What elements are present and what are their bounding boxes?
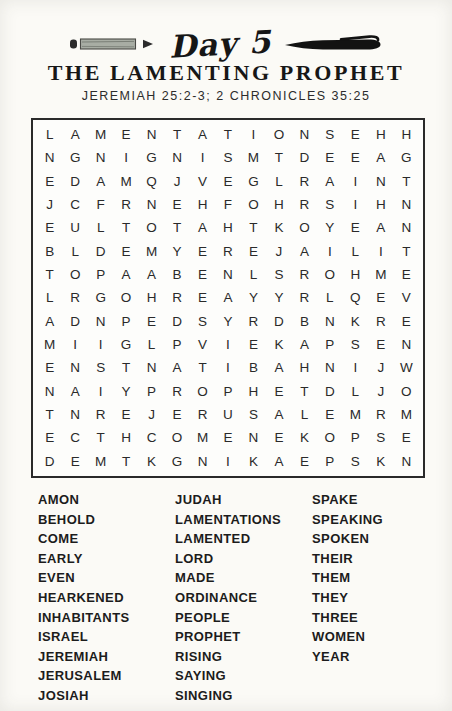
grid-cell-r3c12[interactable]: A [317, 170, 342, 193]
grid-cell-r14c4[interactable]: H [113, 426, 138, 449]
grid-cell-r3c9[interactable]: G [241, 170, 266, 193]
word-list-column-3: SPAKESPEAKINGSPOKENTHEIRTHEMTHEYTHREEWOM… [312, 490, 452, 706]
grid-cell-r15c8[interactable]: I [215, 450, 240, 473]
grid-cell-r7c7[interactable]: E [190, 263, 215, 286]
grid-cell-r4c11[interactable]: R [292, 193, 317, 216]
grid-cell-r5c6[interactable]: T [164, 216, 189, 239]
grid-cell-r13c6[interactable]: E [164, 403, 189, 426]
grid-cell-r7c6[interactable]: B [164, 263, 189, 286]
grid-cell-r3c13[interactable]: I [343, 170, 368, 193]
grid-cell-r7c2[interactable]: O [62, 263, 87, 286]
grid-cell-r1c2[interactable]: A [62, 123, 87, 146]
grid-cell-r12c11[interactable]: T [292, 380, 317, 403]
grid-cell-r6c12[interactable]: I [317, 240, 342, 263]
grid-cell-r7c3[interactable]: P [88, 263, 113, 286]
grid-cell-r1c15[interactable]: H [394, 123, 419, 146]
grid-cell-r14c5[interactable]: C [139, 426, 164, 449]
grid-cell-r5c10[interactable]: K [266, 216, 291, 239]
word-item: SAYING [175, 666, 312, 686]
grid-cell-r10c13[interactable]: S [343, 333, 368, 356]
worksheet-page: Day 5 THE LAMENTING PROPHET JEREMIAH 25:… [0, 0, 452, 711]
grid-cell-r6c5[interactable]: M [139, 240, 164, 263]
grid-cell-r13c3[interactable]: R [88, 403, 113, 426]
grid-cell-r9c8[interactable]: Y [215, 310, 240, 333]
grid-cell-r14c15[interactable]: E [394, 426, 419, 449]
grid-cell-r4c15[interactable]: N [394, 193, 419, 216]
grid-cell-r5c9[interactable]: T [241, 216, 266, 239]
word-item: THEY [312, 588, 452, 608]
grid-cell-r13c12[interactable]: E [317, 403, 342, 426]
grid-cell-r3c7[interactable]: V [190, 170, 215, 193]
grid-cell-r9c6[interactable]: D [164, 310, 189, 333]
grid-cell-r10c12[interactable]: P [317, 333, 342, 356]
grid-cell-r2c9[interactable]: M [241, 146, 266, 169]
grid-cell-r3c3[interactable]: A [88, 170, 113, 193]
grid-cell-r15c15[interactable]: N [394, 450, 419, 473]
grid-cell-r12c6[interactable]: R [164, 380, 189, 403]
grid-cell-r14c13[interactable]: P [343, 426, 368, 449]
grid-cell-r13c15[interactable]: M [394, 403, 419, 426]
word-item: YEAR [312, 647, 452, 667]
grid-cell-r5c7[interactable]: A [190, 216, 215, 239]
grid-cell-r11c2[interactable]: N [62, 356, 87, 379]
word-item: JERUSALEM [38, 666, 175, 686]
word-item: EVEN [38, 568, 175, 588]
grid-cell-r12c5[interactable]: P [139, 380, 164, 403]
grid-cell-r14c3[interactable]: T [88, 426, 113, 449]
grid-cell-r7c4[interactable]: A [113, 263, 138, 286]
grid-cell-r3c15[interactable]: T [394, 170, 419, 193]
grid-cell-r6c9[interactable]: E [241, 240, 266, 263]
scripture-reference: JEREMIAH 25:2-3; 2 CHRONICLES 35:25 [0, 89, 452, 103]
word-item: ISRAEL [38, 627, 175, 647]
grid-cell-r9c1[interactable]: A [37, 310, 62, 333]
word-item: INHABITANTS [38, 608, 175, 628]
grid-cell-r1c3[interactable]: M [88, 123, 113, 146]
grid-cell-r2c6[interactable]: N [164, 146, 189, 169]
grid-cell-r9c15[interactable]: E [394, 310, 419, 333]
grid-cell-r14c2[interactable]: C [62, 426, 87, 449]
grid-cell-r11c5[interactable]: N [139, 356, 164, 379]
grid-cell-r6c6[interactable]: Y [164, 240, 189, 263]
grid-cell-r10c1[interactable]: M [37, 333, 62, 356]
grid-cell-r5c5[interactable]: O [139, 216, 164, 239]
grid-cell-r15c4[interactable]: T [113, 450, 138, 473]
grid-cell-r6c15[interactable]: T [394, 240, 419, 263]
grid-cell-r2c14[interactable]: A [368, 146, 393, 169]
grid-cell-r4c5[interactable]: N [139, 193, 164, 216]
word-item: LORD [175, 549, 312, 569]
grid-cell-r5c13[interactable]: E [343, 216, 368, 239]
grid-cell-r15c3[interactable]: M [88, 450, 113, 473]
grid-cell-r14c9[interactable]: N [241, 426, 266, 449]
grid-cell-r1c5[interactable]: N [139, 123, 164, 146]
pencil-icon [69, 35, 157, 53]
grid-cell-r15c12[interactable]: P [317, 450, 342, 473]
grid-cell-r15c1[interactable]: D [37, 450, 62, 473]
grid-cell-r1c11[interactable]: N [292, 123, 317, 146]
word-item: LAMENTED [175, 529, 312, 549]
word-item: SINGING [175, 686, 312, 706]
grid-cell-r6c7[interactable]: E [190, 240, 215, 263]
word-item: THEM [312, 568, 452, 588]
word-list-column-1: AMONBEHOLDCOMEEARLYEVENHEARKENEDINHABITA… [38, 490, 175, 706]
grid-cell-r7c5[interactable]: A [139, 263, 164, 286]
grid-cell-r12c12[interactable]: D [317, 380, 342, 403]
grid-cell-r5c14[interactable]: A [368, 216, 393, 239]
grid-cell-r12c13[interactable]: L [343, 380, 368, 403]
grid-cell-r2c15[interactable]: G [394, 146, 419, 169]
grid-cell-r8c11[interactable]: R [292, 286, 317, 309]
grid-cell-r7c1[interactable]: T [37, 263, 62, 286]
grid-cell-r9c13[interactable]: K [343, 310, 368, 333]
grid-cell-r12c9[interactable]: H [241, 380, 266, 403]
grid-cell-r7c11[interactable]: R [292, 263, 317, 286]
grid-cell-r8c4[interactable]: O [113, 286, 138, 309]
word-item: PROPHET [175, 627, 312, 647]
grid-cell-r6c2[interactable]: L [62, 240, 87, 263]
grid-cell-r10c9[interactable]: E [241, 333, 266, 356]
grid-cell-r10c7[interactable]: V [190, 333, 215, 356]
grid-cell-r6c4[interactable]: E [113, 240, 138, 263]
grid-cell-r4c6[interactable]: E [164, 193, 189, 216]
grid-cell-r11c15[interactable]: W [394, 356, 419, 379]
word-item: COME [38, 529, 175, 549]
grid-cell-r9c4[interactable]: P [113, 310, 138, 333]
grid-cell-r13c11[interactable]: L [292, 403, 317, 426]
grid-cell-r9c3[interactable]: N [88, 310, 113, 333]
grid-cell-r4c9[interactable]: O [241, 193, 266, 216]
grid-cell-r2c11[interactable]: D [292, 146, 317, 169]
grid-cell-r11c6[interactable]: A [164, 356, 189, 379]
word-item: LAMENTATIONS [175, 510, 312, 530]
grid-cell-r4c4[interactable]: R [113, 193, 138, 216]
grid-cell-r13c5[interactable]: J [139, 403, 164, 426]
grid-cell-r6c14[interactable]: I [368, 240, 393, 263]
grid-cell-r10c5[interactable]: L [139, 333, 164, 356]
grid-cell-r13c13[interactable]: M [343, 403, 368, 426]
grid-cell-r11c7[interactable]: T [190, 356, 215, 379]
grid-cell-r12c2[interactable]: A [62, 380, 87, 403]
word-item: JUDAH [175, 490, 312, 510]
grid-cell-r14c7[interactable]: M [190, 426, 215, 449]
grid-cell-r1c7[interactable]: A [190, 123, 215, 146]
grid-cell-r14c8[interactable]: E [215, 426, 240, 449]
grid-cell-r10c8[interactable]: I [215, 333, 240, 356]
grid-cell-r15c11[interactable]: E [292, 450, 317, 473]
grid-cell-r11c14[interactable]: J [368, 356, 393, 379]
grid-cell-r11c8[interactable]: I [215, 356, 240, 379]
grid-cell-r10c4[interactable]: G [113, 333, 138, 356]
header-day-row: Day 5 [0, 26, 452, 62]
grid-cell-r3c2[interactable]: D [62, 170, 87, 193]
grid-cell-r2c5[interactable]: G [139, 146, 164, 169]
grid-cell-r9c5[interactable]: E [139, 310, 164, 333]
grid-cell-r14c6[interactable]: O [164, 426, 189, 449]
grid-cell-r9c10[interactable]: D [266, 310, 291, 333]
grid-cell-r5c12[interactable]: Y [317, 216, 342, 239]
grid-cell-r6c8[interactable]: R [215, 240, 240, 263]
grid-cell-r2c13[interactable]: E [343, 146, 368, 169]
word-search-grid: LAMENTATIONSEHHNGNIGNISMTDEEAGEDAMQJVEGL… [31, 118, 425, 478]
word-item: MADE [175, 568, 312, 588]
grid-cell-r8c13[interactable]: Q [343, 286, 368, 309]
grid-cell-r14c10[interactable]: E [266, 426, 291, 449]
grid-cell-r3c4[interactable]: M [113, 170, 138, 193]
grid-cell-r9c12[interactable]: N [317, 310, 342, 333]
grid-cell-r2c12[interactable]: E [317, 146, 342, 169]
grid-cell-r7c13[interactable]: H [343, 263, 368, 286]
grid-cell-r6c10[interactable]: J [266, 240, 291, 263]
grid-cell-r15c14[interactable]: K [368, 450, 393, 473]
word-item: AMON [38, 490, 175, 510]
grid-cell-r12c7[interactable]: O [190, 380, 215, 403]
grid-cell-r8c2[interactable]: R [62, 286, 87, 309]
grid-cell-r4c14[interactable]: H [368, 193, 393, 216]
word-item: RISING [175, 647, 312, 667]
grid-cell-r3c5[interactable]: Q [139, 170, 164, 193]
grid-cell-r10c2[interactable]: I [62, 333, 87, 356]
grid-cell-r8c12[interactable]: L [317, 286, 342, 309]
grid-cell-r15c7[interactable]: N [190, 450, 215, 473]
grid-cell-r13c10[interactable]: A [266, 403, 291, 426]
grid-cell-r8c14[interactable]: E [368, 286, 393, 309]
grid-cell-r12c3[interactable]: I [88, 380, 113, 403]
grid-cell-r3c1[interactable]: E [37, 170, 62, 193]
grid-cell-r13c1[interactable]: T [37, 403, 62, 426]
grid-cell-r8c1[interactable]: L [37, 286, 62, 309]
grid-cell-r9c7[interactable]: S [190, 310, 215, 333]
word-item: JEREMIAH [38, 647, 175, 667]
grid-cell-r1c6[interactable]: T [164, 123, 189, 146]
grid-cell-r11c10[interactable]: A [266, 356, 291, 379]
grid-cell-r4c12[interactable]: S [317, 193, 342, 216]
grid-cell-r4c8[interactable]: F [215, 193, 240, 216]
grid-cell-r12c14[interactable]: J [368, 380, 393, 403]
grid-cell-r11c3[interactable]: S [88, 356, 113, 379]
grid-cell-r13c4[interactable]: E [113, 403, 138, 426]
word-list-column-2: JUDAHLAMENTATIONSLAMENTEDLORDMADEORDINAN… [175, 490, 312, 706]
grid-cell-r8c7[interactable]: E [190, 286, 215, 309]
grid-cell-r12c15[interactable]: O [394, 380, 419, 403]
grid-cell-r6c13[interactable]: L [343, 240, 368, 263]
grid-cell-r5c1[interactable]: E [37, 216, 62, 239]
grid-cell-r1c13[interactable]: E [343, 123, 368, 146]
grid-cell-r9c9[interactable]: R [241, 310, 266, 333]
grid-cell-r2c4[interactable]: I [113, 146, 138, 169]
grid-cell-r5c8[interactable]: H [215, 216, 240, 239]
grid-cell-r10c14[interactable]: E [368, 333, 393, 356]
grid-cell-r15c10[interactable]: A [266, 450, 291, 473]
grid-cell-r2c10[interactable]: T [266, 146, 291, 169]
grid-cell-r11c13[interactable]: I [343, 356, 368, 379]
grid-cell-r14c1[interactable]: E [37, 426, 62, 449]
grid-cell-r11c12[interactable]: N [317, 356, 342, 379]
grid-cell-r6c3[interactable]: D [88, 240, 113, 263]
grid-cell-r6c11[interactable]: A [292, 240, 317, 263]
grid-cell-r4c10[interactable]: H [266, 193, 291, 216]
grid-cell-r11c1[interactable]: E [37, 356, 62, 379]
grid-cell-r14c12[interactable]: O [317, 426, 342, 449]
word-item: THREE [312, 608, 452, 628]
grid-cell-r1c1[interactable]: L [37, 123, 62, 146]
grid-cell-r15c6[interactable]: G [164, 450, 189, 473]
grid-cell-r4c2[interactable]: C [62, 193, 87, 216]
grid-cell-r8c8[interactable]: A [215, 286, 240, 309]
grid-cell-r7c14[interactable]: M [368, 263, 393, 286]
grid-cell-r8c3[interactable]: G [88, 286, 113, 309]
grid-cell-r7c15[interactable]: E [394, 263, 419, 286]
grid-cell-r11c4[interactable]: T [113, 356, 138, 379]
grid-cell-r11c9[interactable]: B [241, 356, 266, 379]
grid-cell-r5c2[interactable]: U [62, 216, 87, 239]
grid-cell-r2c7[interactable]: I [190, 146, 215, 169]
page-title: THE LAMENTING PROPHET [0, 60, 452, 86]
grid-cell-r5c4[interactable]: T [113, 216, 138, 239]
grid-cell-r7c12[interactable]: O [317, 263, 342, 286]
word-item: BEHOLD [38, 510, 175, 530]
grid-cell-r8c15[interactable]: V [394, 286, 419, 309]
grid-cell-r10c15[interactable]: N [394, 333, 419, 356]
grid-cell-r5c15[interactable]: N [394, 216, 419, 239]
grid-cell-r8c5[interactable]: H [139, 286, 164, 309]
word-item: WOMEN [312, 627, 452, 647]
grid-cell-r8c9[interactable]: Y [241, 286, 266, 309]
grid-cell-r1c12[interactable]: S [317, 123, 342, 146]
grid-cell-r2c3[interactable]: N [88, 146, 113, 169]
grid-cell-r5c3[interactable]: L [88, 216, 113, 239]
word-item: HEARKENED [38, 588, 175, 608]
word-item: SPAKE [312, 490, 452, 510]
grid-cell-r10c10[interactable]: K [266, 333, 291, 356]
grid-cell-r9c2[interactable]: D [62, 310, 87, 333]
grid-cell-r1c14[interactable]: H [368, 123, 393, 146]
grid-cell-r1c9[interactable]: I [241, 123, 266, 146]
grid-cell-r4c7[interactable]: H [190, 193, 215, 216]
grid-cell-r10c6[interactable]: P [164, 333, 189, 356]
word-item: JOSIAH [38, 686, 175, 706]
grid-cell-r11c11[interactable]: H [292, 356, 317, 379]
grid-cell-r15c2[interactable]: E [62, 450, 87, 473]
grid-cell-r3c6[interactable]: J [164, 170, 189, 193]
grid-cell-r12c10[interactable]: E [266, 380, 291, 403]
grid-cell-r14c11[interactable]: K [292, 426, 317, 449]
grid-cell-r3c11[interactable]: R [292, 170, 317, 193]
grid-cell-r3c14[interactable]: N [368, 170, 393, 193]
grid-cell-r15c13[interactable]: S [343, 450, 368, 473]
grid-cell-r13c7[interactable]: R [190, 403, 215, 426]
word-item: PEOPLE [175, 608, 312, 628]
grid-cell-r7c9[interactable]: L [241, 263, 266, 286]
grid-cell-r3c10[interactable]: L [266, 170, 291, 193]
grid-cell-r9c14[interactable]: R [368, 310, 393, 333]
grid-cell-r2c8[interactable]: S [215, 146, 240, 169]
grid-cell-r9c11[interactable]: B [292, 310, 317, 333]
word-item: SPOKEN [312, 529, 452, 549]
word-item: ORDINANCE [175, 588, 312, 608]
grid-cell-r1c10[interactable]: O [266, 123, 291, 146]
grid-cell-r10c11[interactable]: A [292, 333, 317, 356]
grid-cell-r10c3[interactable]: I [88, 333, 113, 356]
grid-cell-r4c3[interactable]: F [88, 193, 113, 216]
word-item: THEIR [312, 549, 452, 569]
grid-cell-r13c2[interactable]: N [62, 403, 87, 426]
grid-cell-r12c8[interactable]: P [215, 380, 240, 403]
grid-cell-r5c11[interactable]: O [292, 216, 317, 239]
grid-cell-r7c10[interactable]: S [266, 263, 291, 286]
grid-cell-r14c14[interactable]: S [368, 426, 393, 449]
word-item: EARLY [38, 549, 175, 569]
grid-cell-r8c10[interactable]: Y [266, 286, 291, 309]
grid-cell-r15c9[interactable]: K [241, 450, 266, 473]
grid-cell-r13c9[interactable]: S [241, 403, 266, 426]
grid-cell-r7c8[interactable]: N [215, 263, 240, 286]
grid-cell-r6c1[interactable]: B [37, 240, 62, 263]
pen-icon [283, 34, 383, 54]
grid-cell-r12c4[interactable]: Y [113, 380, 138, 403]
grid-cell-r2c1[interactable]: N [37, 146, 62, 169]
grid-cell-r15c5[interactable]: K [139, 450, 164, 473]
grid-cell-r4c13[interactable]: I [343, 193, 368, 216]
grid-cell-r1c8[interactable]: T [215, 123, 240, 146]
word-list: AMONBEHOLDCOMEEARLYEVENHEARKENEDINHABITA… [0, 490, 452, 706]
grid-cell-r3c8[interactable]: E [215, 170, 240, 193]
grid-cell-r1c4[interactable]: E [113, 123, 138, 146]
grid-cell-r2c2[interactable]: G [62, 146, 87, 169]
grid-cell-r8c6[interactable]: R [164, 286, 189, 309]
word-item: SPEAKING [312, 510, 452, 530]
day-label: Day 5 [168, 23, 272, 64]
grid-cell-r13c14[interactable]: R [368, 403, 393, 426]
grid-cell-r13c8[interactable]: U [215, 403, 240, 426]
grid-cell-r12c1[interactable]: N [37, 380, 62, 403]
grid-cell-r4c1[interactable]: J [37, 193, 62, 216]
